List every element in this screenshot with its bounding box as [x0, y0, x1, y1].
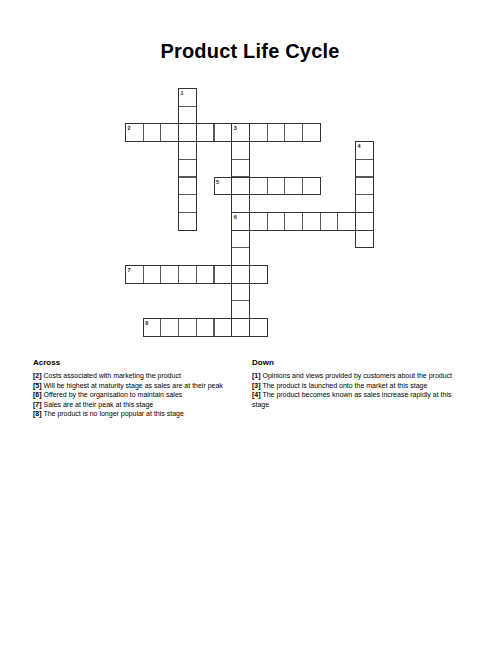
grid-cell[interactable]	[249, 177, 268, 196]
grid-cell[interactable]	[125, 265, 144, 284]
grid-cell[interactable]	[267, 123, 286, 142]
grid-cell[interactable]	[302, 123, 321, 142]
grid-cell[interactable]	[355, 177, 374, 196]
grid-cell[interactable]	[249, 318, 268, 337]
grid-cell[interactable]	[231, 194, 250, 213]
grid-cell[interactable]	[231, 283, 250, 302]
clue-number: [4]	[252, 391, 261, 398]
grid-cell[interactable]	[160, 265, 179, 284]
clue-3: [3] The product is launched onto the mar…	[252, 381, 458, 391]
clue-7: [7] Sales are at their peak at this stag…	[33, 400, 249, 410]
clue-number: [5]	[33, 382, 42, 389]
down-header: Down	[252, 358, 458, 367]
grid-cell[interactable]	[284, 123, 303, 142]
grid-cell[interactable]	[231, 177, 250, 196]
grid-cell[interactable]	[249, 212, 268, 231]
clue-number: [7]	[33, 401, 42, 408]
grid-cell[interactable]	[178, 106, 197, 125]
grid-cell[interactable]	[178, 177, 197, 196]
grid-cell[interactable]	[143, 318, 162, 337]
puzzle-title: Product Life Cycle	[0, 40, 500, 63]
grid-cell[interactable]	[178, 212, 197, 231]
grid-cell[interactable]	[143, 265, 162, 284]
clue-number: [1]	[252, 372, 261, 379]
grid-cell[interactable]	[231, 123, 250, 142]
clue-text: The product becomes known as sales incre…	[252, 391, 451, 408]
grid-cell[interactable]	[160, 318, 179, 337]
grid-cell[interactable]	[231, 247, 250, 266]
across-clue-list: [2] Costs associated with marketing the …	[33, 371, 249, 419]
grid-cell[interactable]	[196, 123, 215, 142]
grid-cell[interactable]	[214, 177, 233, 196]
grid-cell[interactable]	[249, 265, 268, 284]
clue-number: [2]	[33, 372, 42, 379]
crossword-grid: 12345678	[125, 88, 374, 337]
clue-number: [6]	[33, 391, 42, 398]
grid-cell[interactable]	[125, 123, 144, 142]
across-clues-section: Across [2] Costs associated with marketi…	[33, 358, 249, 419]
grid-cell[interactable]	[178, 159, 197, 178]
grid-cell[interactable]	[143, 123, 162, 142]
grid-cell[interactable]	[231, 318, 250, 337]
clue-5: [5] Will be highest at maturity stage as…	[33, 381, 249, 391]
grid-cell[interactable]	[355, 194, 374, 213]
clue-text: Will be highest at maturity stage as sal…	[42, 382, 223, 389]
grid-cell[interactable]	[231, 212, 250, 231]
clue-4: [4] The product becomes known as sales i…	[252, 390, 458, 409]
grid-cell[interactable]	[178, 194, 197, 213]
grid-cell[interactable]	[178, 318, 197, 337]
grid-cell[interactable]	[178, 265, 197, 284]
clue-6: [6] Offered by the organisation to maint…	[33, 390, 249, 400]
clue-text: Sales are at their peak at this stage	[42, 401, 154, 408]
grid-cell[interactable]	[231, 141, 250, 160]
clue-number: [8]	[33, 410, 42, 417]
grid-cell[interactable]	[214, 123, 233, 142]
clue-8: [8] The product is no longer popular at …	[33, 409, 249, 419]
grid-cell[interactable]	[355, 230, 374, 249]
down-clues-section: Down [1] Opinions and views provided by …	[252, 358, 458, 409]
grid-cell[interactable]	[178, 123, 197, 142]
grid-cell[interactable]	[302, 212, 321, 231]
grid-cell[interactable]	[231, 300, 250, 319]
grid-cell[interactable]	[231, 230, 250, 249]
grid-cell[interactable]	[160, 123, 179, 142]
grid-cell[interactable]	[214, 318, 233, 337]
grid-cell[interactable]	[355, 141, 374, 160]
grid-cell[interactable]	[302, 177, 321, 196]
grid-cell[interactable]	[231, 159, 250, 178]
grid-cell[interactable]	[284, 212, 303, 231]
grid-cell[interactable]	[178, 141, 197, 160]
grid-cell[interactable]	[231, 265, 250, 284]
grid-cell[interactable]	[196, 265, 215, 284]
clue-1: [1] Opinions and views provided by custo…	[252, 371, 458, 381]
grid-cell[interactable]	[249, 123, 268, 142]
grid-cell[interactable]	[355, 212, 374, 231]
clue-text: Offered by the organisation to maintain …	[42, 391, 183, 398]
clue-text: The product is launched onto the market …	[261, 382, 428, 389]
clue-text: Opinions and views provided by customers…	[261, 372, 452, 379]
across-header: Across	[33, 358, 249, 367]
grid-cell[interactable]	[320, 212, 339, 231]
crossword-page: Product Life Cycle 12345678 Across [2] C…	[0, 0, 500, 647]
clue-text: The product is no longer popular at this…	[42, 410, 184, 417]
clue-2: [2] Costs associated with marketing the …	[33, 371, 249, 381]
grid-cell[interactable]	[355, 159, 374, 178]
grid-cell[interactable]	[214, 265, 233, 284]
clue-text: Costs associated with marketing the prod…	[42, 372, 181, 379]
down-clue-list: [1] Opinions and views provided by custo…	[252, 371, 458, 409]
grid-cell[interactable]	[267, 177, 286, 196]
grid-cell[interactable]	[284, 177, 303, 196]
clue-number: [3]	[252, 382, 261, 389]
grid-cell[interactable]	[196, 318, 215, 337]
grid-cell[interactable]	[178, 88, 197, 107]
grid-cell[interactable]	[337, 212, 356, 231]
grid-cell[interactable]	[267, 212, 286, 231]
